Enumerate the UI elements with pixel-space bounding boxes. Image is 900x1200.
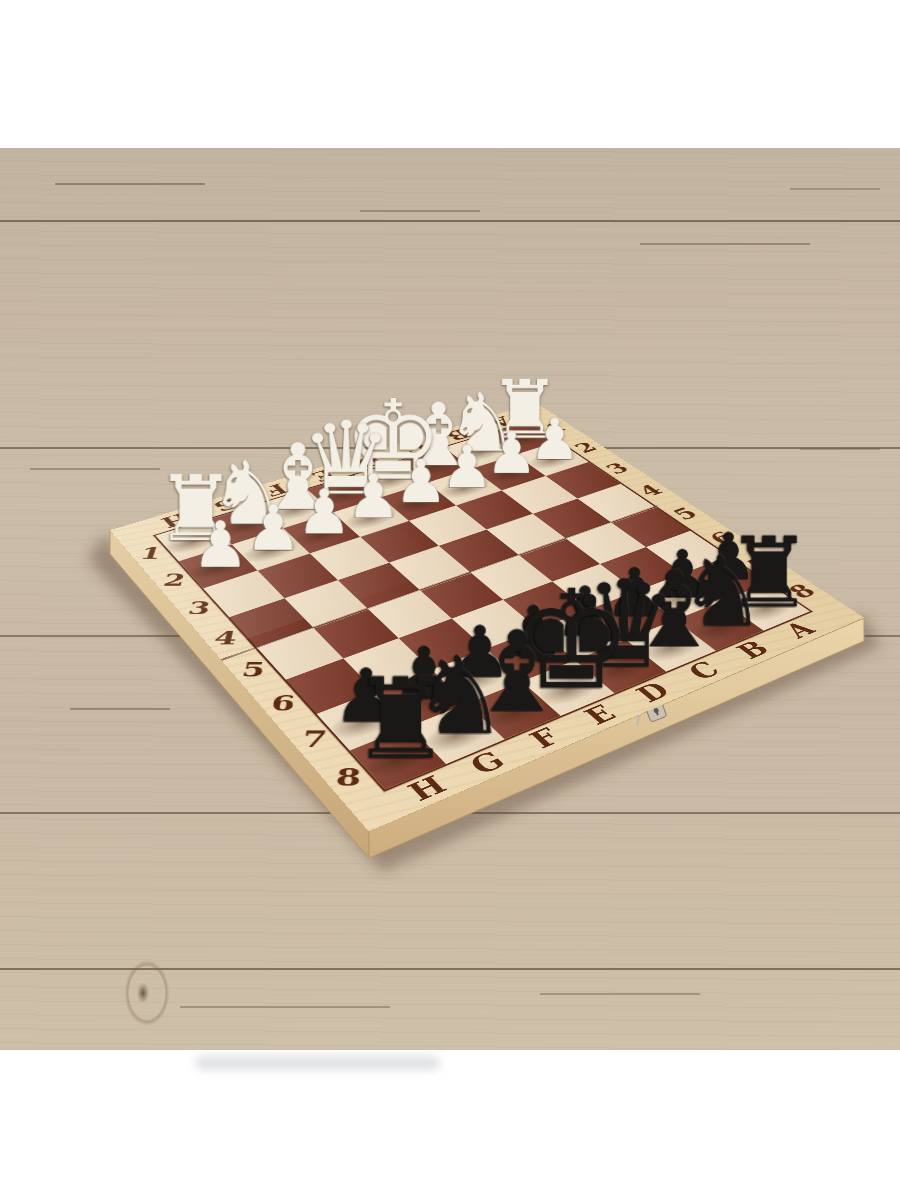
label-rank-4-left: 4 xyxy=(212,629,239,648)
label-rank-2-left: 2 xyxy=(161,572,187,589)
label-rank-7-left: 7 xyxy=(301,728,329,750)
label-rank-1-left: 1 xyxy=(138,545,164,561)
label-file-f-bottom: F xyxy=(525,725,566,752)
label-rank-3-left: 3 xyxy=(186,599,212,617)
label-rank-5-left: 5 xyxy=(240,660,267,680)
label-file-e-bottom: E xyxy=(579,702,621,729)
label-rank-6-left: 6 xyxy=(269,693,296,714)
square-f4 xyxy=(338,563,420,609)
label-file-c-bottom: C xyxy=(683,658,725,683)
label-file-g-top: G xyxy=(209,495,243,513)
watermark-smudge xyxy=(195,1056,440,1070)
label-file-a-bottom: A xyxy=(780,618,820,641)
label-rank-8-left: 8 xyxy=(334,765,362,789)
label-file-b-bottom: B xyxy=(732,638,775,663)
